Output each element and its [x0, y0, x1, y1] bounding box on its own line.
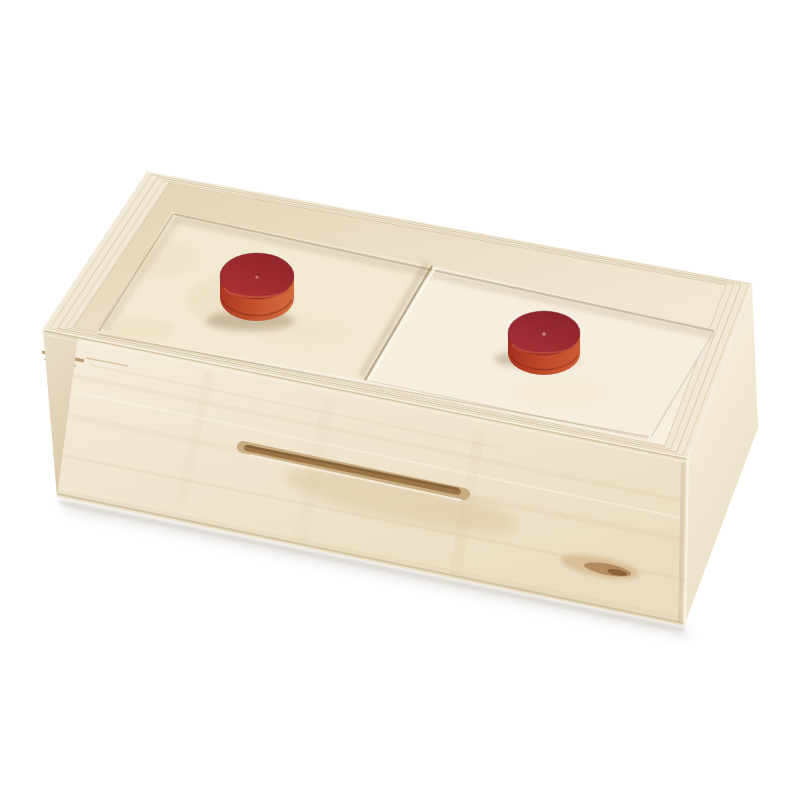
stain [510, 374, 610, 410]
wooden-box-photo [0, 0, 790, 790]
right-knob-center-mark [542, 332, 546, 336]
photo-stage [0, 0, 790, 790]
left-knob-center-mark [255, 275, 258, 278]
